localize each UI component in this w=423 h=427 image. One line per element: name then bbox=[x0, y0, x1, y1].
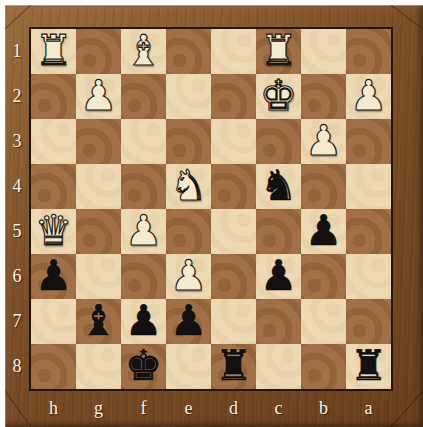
black-pawn: ♟ bbox=[170, 300, 208, 342]
white-pawn: ♟ bbox=[170, 255, 208, 297]
rank-label-6: 6 bbox=[5, 254, 29, 299]
square-b6[interactable] bbox=[301, 254, 346, 299]
white-pawn: ♟ bbox=[305, 120, 343, 162]
square-g3[interactable] bbox=[76, 119, 121, 164]
board-frame: 12345678 hgfedcba ♜♝♜♟♚♟♟♞♞♛♟♟♟♟♟♝♟♟♚♜♜ bbox=[5, 5, 423, 427]
black-pawn: ♟ bbox=[125, 300, 163, 342]
square-e6[interactable]: ♟ bbox=[166, 254, 211, 299]
square-e2[interactable] bbox=[166, 74, 211, 119]
square-d6[interactable] bbox=[211, 254, 256, 299]
white-bishop: ♝ bbox=[125, 30, 163, 72]
square-h1[interactable]: ♜ bbox=[31, 29, 76, 74]
square-a1[interactable] bbox=[346, 29, 391, 74]
square-c7[interactable] bbox=[256, 299, 301, 344]
square-c3[interactable] bbox=[256, 119, 301, 164]
frame-miter-bottom-left bbox=[5, 391, 31, 427]
square-c6[interactable]: ♟ bbox=[256, 254, 301, 299]
square-h8[interactable] bbox=[31, 344, 76, 389]
square-g8[interactable] bbox=[76, 344, 121, 389]
square-a7[interactable] bbox=[346, 299, 391, 344]
square-d2[interactable] bbox=[211, 74, 256, 119]
rank-label-5: 5 bbox=[5, 209, 29, 254]
white-queen: ♛ bbox=[35, 210, 73, 252]
file-label-e: e bbox=[166, 393, 211, 423]
square-f4[interactable] bbox=[121, 164, 166, 209]
square-b7[interactable] bbox=[301, 299, 346, 344]
square-b5[interactable]: ♟ bbox=[301, 209, 346, 254]
square-h6[interactable]: ♟ bbox=[31, 254, 76, 299]
square-g4[interactable] bbox=[76, 164, 121, 209]
square-g7[interactable]: ♝ bbox=[76, 299, 121, 344]
square-c4[interactable]: ♞ bbox=[256, 164, 301, 209]
black-pawn: ♟ bbox=[35, 255, 73, 297]
square-c5[interactable] bbox=[256, 209, 301, 254]
black-knight: ♞ bbox=[260, 165, 298, 207]
square-h2[interactable] bbox=[31, 74, 76, 119]
square-e7[interactable]: ♟ bbox=[166, 299, 211, 344]
square-a6[interactable] bbox=[346, 254, 391, 299]
black-pawn: ♟ bbox=[260, 255, 298, 297]
frame-miter-top-left bbox=[5, 5, 31, 29]
rank-label-1: 1 bbox=[5, 29, 29, 74]
square-e5[interactable] bbox=[166, 209, 211, 254]
chess-board: ♜♝♜♟♚♟♟♞♞♛♟♟♟♟♟♝♟♟♚♜♜ bbox=[29, 27, 393, 391]
square-e4[interactable]: ♞ bbox=[166, 164, 211, 209]
square-h3[interactable] bbox=[31, 119, 76, 164]
square-d1[interactable] bbox=[211, 29, 256, 74]
square-e3[interactable] bbox=[166, 119, 211, 164]
file-label-h: h bbox=[31, 393, 76, 423]
square-b8[interactable] bbox=[301, 344, 346, 389]
square-f3[interactable] bbox=[121, 119, 166, 164]
square-d4[interactable] bbox=[211, 164, 256, 209]
frame-miter-bottom-right bbox=[391, 391, 423, 427]
frame-miter-top-right bbox=[391, 5, 423, 29]
white-rook: ♜ bbox=[35, 30, 73, 72]
square-g5[interactable] bbox=[76, 209, 121, 254]
black-pawn: ♟ bbox=[305, 210, 343, 252]
white-king: ♚ bbox=[260, 75, 298, 117]
square-d8[interactable]: ♜ bbox=[211, 344, 256, 389]
square-a4[interactable] bbox=[346, 164, 391, 209]
square-b1[interactable] bbox=[301, 29, 346, 74]
file-labels: hgfedcba bbox=[31, 393, 391, 423]
square-f1[interactable]: ♝ bbox=[121, 29, 166, 74]
black-rook: ♜ bbox=[215, 345, 253, 387]
square-f5[interactable]: ♟ bbox=[121, 209, 166, 254]
square-d5[interactable] bbox=[211, 209, 256, 254]
square-b4[interactable] bbox=[301, 164, 346, 209]
square-d7[interactable] bbox=[211, 299, 256, 344]
file-label-d: d bbox=[211, 393, 256, 423]
square-e8[interactable] bbox=[166, 344, 211, 389]
file-label-a: a bbox=[346, 393, 391, 423]
file-label-f: f bbox=[121, 393, 166, 423]
rank-label-2: 2 bbox=[5, 74, 29, 119]
file-label-g: g bbox=[76, 393, 121, 423]
rank-label-4: 4 bbox=[5, 164, 29, 209]
white-knight: ♞ bbox=[170, 165, 208, 207]
white-pawn: ♟ bbox=[125, 210, 163, 252]
black-rook: ♜ bbox=[350, 345, 388, 387]
square-c2[interactable]: ♚ bbox=[256, 74, 301, 119]
square-e1[interactable] bbox=[166, 29, 211, 74]
file-label-c: c bbox=[256, 393, 301, 423]
square-g1[interactable] bbox=[76, 29, 121, 74]
square-g2[interactable]: ♟ bbox=[76, 74, 121, 119]
square-b2[interactable] bbox=[301, 74, 346, 119]
rank-label-7: 7 bbox=[5, 299, 29, 344]
square-b3[interactable]: ♟ bbox=[301, 119, 346, 164]
rank-label-8: 8 bbox=[5, 344, 29, 389]
rank-label-3: 3 bbox=[5, 119, 29, 164]
square-f2[interactable] bbox=[121, 74, 166, 119]
square-h7[interactable] bbox=[31, 299, 76, 344]
black-bishop: ♝ bbox=[80, 300, 118, 342]
square-f7[interactable]: ♟ bbox=[121, 299, 166, 344]
white-pawn: ♟ bbox=[350, 75, 388, 117]
square-a2[interactable]: ♟ bbox=[346, 74, 391, 119]
square-h4[interactable] bbox=[31, 164, 76, 209]
white-pawn: ♟ bbox=[80, 75, 118, 117]
square-g6[interactable] bbox=[76, 254, 121, 299]
square-a8[interactable]: ♜ bbox=[346, 344, 391, 389]
square-d3[interactable] bbox=[211, 119, 256, 164]
square-c1[interactable]: ♜ bbox=[256, 29, 301, 74]
square-h5[interactable]: ♛ bbox=[31, 209, 76, 254]
rank-labels: 12345678 bbox=[5, 29, 29, 389]
white-rook: ♜ bbox=[260, 30, 298, 72]
file-label-b: b bbox=[301, 393, 346, 423]
square-a5[interactable] bbox=[346, 209, 391, 254]
square-f6[interactable] bbox=[121, 254, 166, 299]
chess-app: 12345678 hgfedcba ♜♝♜♟♚♟♟♞♞♛♟♟♟♟♟♝♟♟♚♜♜ bbox=[0, 0, 423, 427]
square-a3[interactable] bbox=[346, 119, 391, 164]
square-f8[interactable]: ♚ bbox=[121, 344, 166, 389]
square-c8[interactable] bbox=[256, 344, 301, 389]
black-king: ♚ bbox=[125, 345, 163, 387]
